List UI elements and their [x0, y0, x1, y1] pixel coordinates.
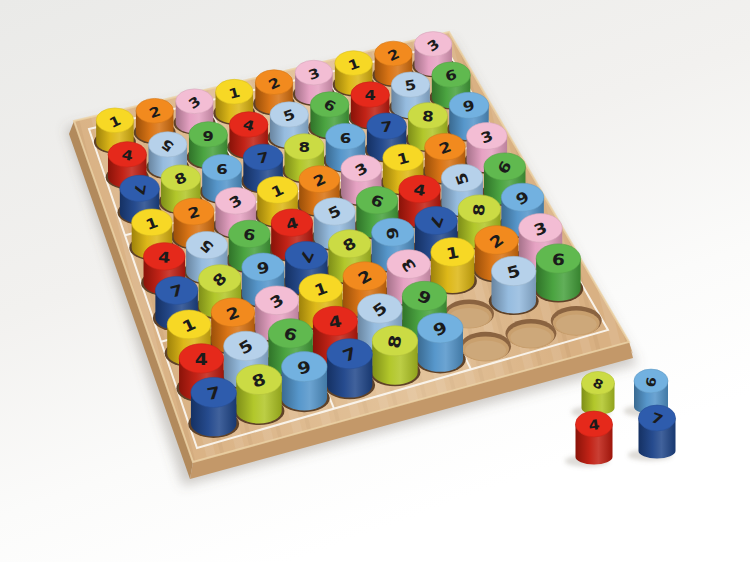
svg-text:4: 4: [195, 350, 208, 368]
svg-text:4: 4: [157, 248, 171, 266]
peg-r9c3-number-9[interactable]: 9: [279, 352, 330, 413]
sudoku-board: 3213625143692581476935824719638527149368…: [0, 0, 750, 562]
svg-text:6: 6: [203, 127, 214, 143]
svg-text:4: 4: [364, 87, 375, 103]
product-photo-stage: 3213625143692581476935824719638527149368…: [0, 0, 750, 562]
peg-r8c8-number-5[interactable]: 5: [489, 256, 539, 315]
peg-r9c6-number-9[interactable]: 9: [415, 313, 466, 374]
svg-text:8: 8: [299, 140, 311, 156]
svg-text:8: 8: [470, 203, 488, 217]
svg-text:9: 9: [216, 160, 228, 176]
peg-r8c9-number-6[interactable]: 6: [533, 244, 583, 303]
empty-hole-r9c7[interactable]: [460, 332, 511, 362]
empty-hole-r9c8[interactable]: [505, 319, 556, 349]
peg-r9c2-number-8[interactable]: 8: [234, 365, 285, 426]
peg-r9c1-number-7[interactable]: 7: [188, 377, 239, 438]
svg-text:9: 9: [340, 129, 352, 145]
peg-r9c4-number-7[interactable]: 7: [324, 339, 375, 400]
peg-r9c5-number-8[interactable]: 8: [369, 326, 420, 387]
empty-hole-r9c9[interactable]: [551, 306, 602, 336]
peg-offboard-number-4[interactable]: 4: [565, 411, 613, 467]
svg-text:9: 9: [384, 226, 402, 240]
svg-text:4: 4: [587, 416, 600, 434]
svg-text:6: 6: [551, 250, 566, 269]
svg-text:8: 8: [421, 108, 434, 125]
svg-text:7: 7: [380, 118, 393, 135]
